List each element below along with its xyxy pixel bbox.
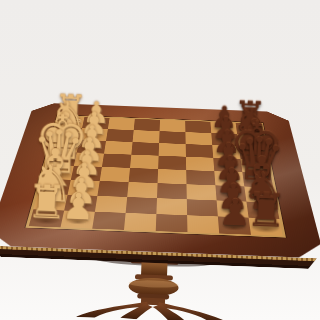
square-g8 xyxy=(237,134,265,147)
square-d1 xyxy=(42,165,74,180)
square-d5 xyxy=(158,169,187,184)
square-b6 xyxy=(187,199,218,216)
square-c1 xyxy=(38,179,71,195)
square-f1 xyxy=(49,139,79,153)
square-d6 xyxy=(186,170,215,185)
square-h4 xyxy=(134,119,160,131)
square-b3 xyxy=(95,196,127,213)
square-g7 xyxy=(211,133,239,146)
square-d7 xyxy=(214,171,244,186)
square-h2 xyxy=(82,117,110,129)
square-a8 xyxy=(249,218,283,236)
square-f3 xyxy=(104,141,133,155)
square-c7 xyxy=(215,185,246,201)
square-f5 xyxy=(159,143,186,157)
square-c5 xyxy=(157,183,187,199)
square-d3 xyxy=(100,167,130,182)
square-g4 xyxy=(133,130,160,143)
square-f2 xyxy=(77,140,106,154)
chess-table-photo: ♜♟♟♜♞♟♟♞♝♟♟♝♚♟♟♚♛♟♟♛♝♟♟♝♞♟♟♞♜♟♟♜ xyxy=(0,0,320,320)
square-a6 xyxy=(187,215,219,233)
square-h6 xyxy=(185,121,211,133)
square-b2 xyxy=(64,195,97,212)
square-a7 xyxy=(218,216,251,234)
square-a4 xyxy=(124,213,156,231)
square-c6 xyxy=(186,184,216,200)
square-f6 xyxy=(186,144,214,158)
square-e1 xyxy=(46,151,77,165)
square-a2 xyxy=(61,211,95,229)
square-d8 xyxy=(242,172,273,187)
chess-board xyxy=(25,115,285,238)
square-h3 xyxy=(108,118,135,130)
square-h1 xyxy=(56,116,84,128)
square-c2 xyxy=(68,180,100,196)
square-a3 xyxy=(92,212,125,230)
square-g2 xyxy=(79,128,107,141)
square-b7 xyxy=(217,200,249,217)
square-c4 xyxy=(127,182,157,198)
square-a5 xyxy=(156,214,188,232)
square-e5 xyxy=(158,156,186,170)
square-f7 xyxy=(212,145,240,159)
square-b5 xyxy=(156,198,187,215)
square-c8 xyxy=(244,186,276,202)
square-g5 xyxy=(159,131,186,144)
square-d4 xyxy=(129,168,158,183)
square-b1 xyxy=(33,194,67,211)
square-f8 xyxy=(239,146,268,160)
square-e6 xyxy=(186,157,214,171)
table-top-3d xyxy=(0,103,320,259)
square-g6 xyxy=(185,132,212,145)
square-e3 xyxy=(102,154,131,168)
square-e2 xyxy=(74,153,104,167)
square-g1 xyxy=(53,127,82,140)
square-d2 xyxy=(71,166,102,181)
pedestal-neck xyxy=(141,262,167,276)
square-e8 xyxy=(241,159,271,174)
camera-roll-wrapper: ♜♟♟♜♞♟♟♞♝♟♟♝♚♟♟♚♛♟♟♛♝♟♟♝♞♟♟♞♜♟♟♜ xyxy=(0,0,320,320)
square-h5 xyxy=(160,120,186,132)
square-b8 xyxy=(246,202,279,219)
square-c3 xyxy=(97,181,128,197)
square-a1 xyxy=(29,209,64,227)
square-e7 xyxy=(213,158,242,172)
square-f4 xyxy=(131,142,159,156)
square-b4 xyxy=(126,197,157,214)
square-e4 xyxy=(130,155,159,169)
square-g3 xyxy=(106,129,134,142)
